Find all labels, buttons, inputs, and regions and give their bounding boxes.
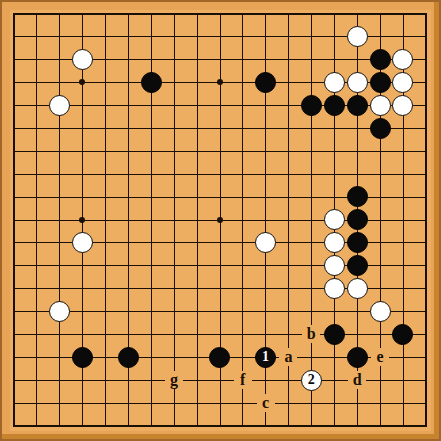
black-stone <box>324 324 345 345</box>
white-stone <box>324 255 345 276</box>
white-stone <box>49 301 70 322</box>
label-b: b <box>302 325 320 343</box>
black-stone <box>347 347 368 368</box>
black-stone <box>392 324 413 345</box>
white-stone <box>324 232 345 253</box>
black-stone <box>370 72 391 93</box>
white-stone <box>72 49 93 70</box>
black-stone <box>141 72 162 93</box>
label-a: a <box>279 348 297 366</box>
white-stone <box>347 278 368 299</box>
white-stone <box>347 72 368 93</box>
black-stone <box>209 347 230 368</box>
white-stone-move-2: 2 <box>301 370 322 391</box>
label-g: g <box>165 371 183 389</box>
black-stone <box>347 232 368 253</box>
white-stone <box>49 95 70 116</box>
white-stone <box>370 95 391 116</box>
black-stone <box>347 186 368 207</box>
white-stone <box>347 26 368 47</box>
label-c: c <box>257 394 275 412</box>
black-stone <box>370 118 391 139</box>
black-stone-move-1: 1 <box>255 347 276 368</box>
black-stone <box>301 95 322 116</box>
black-stone <box>118 347 139 368</box>
label-e: e <box>371 348 389 366</box>
white-stone <box>255 232 276 253</box>
star-point <box>79 217 85 223</box>
black-stone <box>255 72 276 93</box>
white-stone <box>392 95 413 116</box>
star-point <box>217 79 223 85</box>
black-stone <box>347 255 368 276</box>
white-stone <box>72 232 93 253</box>
go-board-diagram: 12abcdefg <box>0 0 441 441</box>
white-stone <box>324 278 345 299</box>
white-stone <box>324 209 345 230</box>
black-stone <box>370 49 391 70</box>
black-stone <box>347 209 368 230</box>
label-d: d <box>348 371 366 389</box>
black-stone <box>72 347 93 368</box>
white-stone <box>370 301 391 322</box>
star-point <box>217 217 223 223</box>
black-stone <box>347 95 368 116</box>
label-f: f <box>234 371 252 389</box>
white-stone <box>324 72 345 93</box>
black-stone <box>324 95 345 116</box>
